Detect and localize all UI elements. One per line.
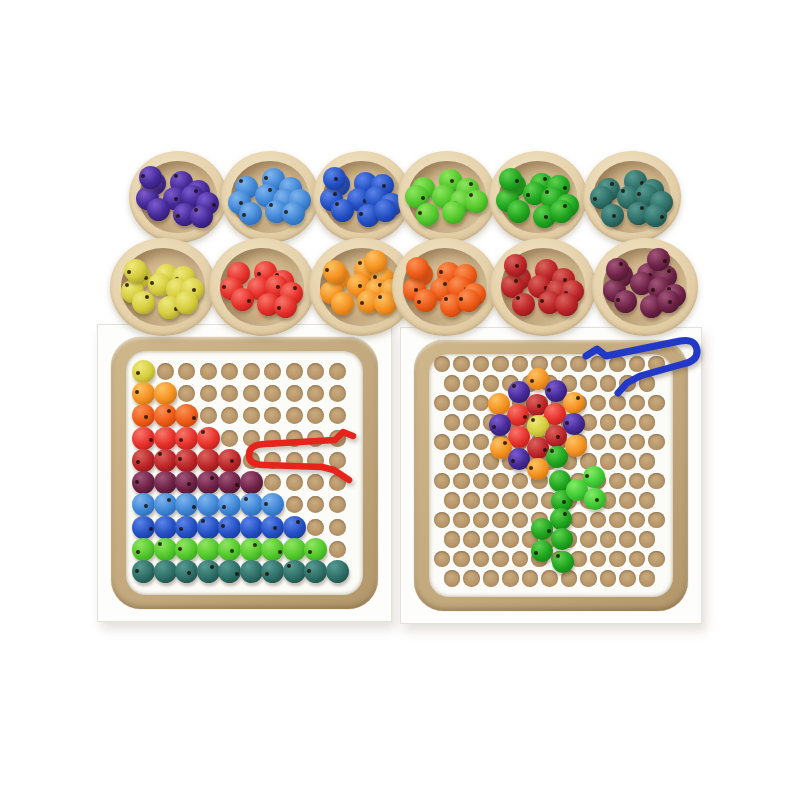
bowl-red[interactable] xyxy=(209,238,315,336)
left-cell-r9c10[interactable] xyxy=(327,538,349,560)
bead-orange[interactable] xyxy=(364,250,387,273)
left-cell-r6c3[interactable] xyxy=(176,471,198,493)
left-cell-r2c1[interactable] xyxy=(133,382,155,404)
left-cell-r2c10[interactable] xyxy=(327,382,349,404)
peg-hole[interactable] xyxy=(178,385,195,402)
bead-orangered[interactable] xyxy=(457,289,480,312)
peg-hole[interactable] xyxy=(329,407,346,424)
left-cell-r1c4[interactable] xyxy=(198,360,220,382)
left-cell-r9c5[interactable] xyxy=(219,538,241,560)
peg-hole[interactable] xyxy=(473,434,490,451)
peg-hole[interactable] xyxy=(629,512,646,529)
bead-teal[interactable] xyxy=(218,560,241,583)
bowl-maroon[interactable] xyxy=(592,238,698,336)
bead-darkred[interactable] xyxy=(512,293,535,316)
peg-hole[interactable] xyxy=(483,570,500,587)
left-cell-r8c1[interactable] xyxy=(133,516,155,538)
bead-darkblue[interactable] xyxy=(374,199,397,222)
left-cell-r1c6[interactable] xyxy=(241,360,263,382)
bead-darkblue[interactable] xyxy=(197,516,220,539)
peg-hole[interactable] xyxy=(512,356,529,373)
blue-tweezers[interactable] xyxy=(576,328,704,398)
peg-hole[interactable] xyxy=(648,512,665,529)
peg-hole[interactable] xyxy=(463,414,480,431)
bead-orangered[interactable] xyxy=(132,404,155,427)
peg-hole[interactable] xyxy=(619,414,636,431)
peg-hole[interactable] xyxy=(434,434,451,451)
bead-blue[interactable] xyxy=(132,493,155,516)
peg-hole[interactable] xyxy=(243,407,260,424)
peg-hole[interactable] xyxy=(329,363,346,380)
bead-orange[interactable] xyxy=(154,382,177,405)
peg-hole[interactable] xyxy=(444,375,461,392)
left-cell-r7c5[interactable] xyxy=(219,494,241,516)
bead-teal[interactable] xyxy=(240,560,263,583)
peg-hole[interactable] xyxy=(541,570,558,587)
left-cell-r10c5[interactable] xyxy=(219,561,241,583)
bead-orange[interactable] xyxy=(132,382,155,405)
peg-hole[interactable] xyxy=(619,453,636,470)
left-cell-r3c3[interactable] xyxy=(176,405,198,427)
peg-hole[interactable] xyxy=(463,570,480,587)
bowl-darkblue[interactable] xyxy=(313,151,411,243)
peg-hole[interactable] xyxy=(264,363,281,380)
peg-hole[interactable] xyxy=(329,519,346,536)
peg-hole[interactable] xyxy=(221,430,238,447)
bead-yellow[interactable] xyxy=(175,291,198,314)
left-cell-r2c5[interactable] xyxy=(219,382,241,404)
bead-yellow[interactable] xyxy=(124,259,147,282)
peg-hole[interactable] xyxy=(502,492,519,509)
left-cell-r7c2[interactable] xyxy=(155,494,177,516)
bead-teal[interactable] xyxy=(132,560,155,583)
bead-darkred[interactable] xyxy=(154,449,177,472)
bead-blue[interactable] xyxy=(175,493,198,516)
bead-purple[interactable] xyxy=(139,166,162,189)
peg-hole[interactable] xyxy=(609,473,626,490)
bead-red[interactable] xyxy=(132,427,155,450)
left-cell-r1c2[interactable] xyxy=(155,360,177,382)
peg-hole[interactable] xyxy=(600,453,617,470)
bead-green[interactable] xyxy=(550,508,572,530)
bead-blue[interactable] xyxy=(239,202,262,225)
peg-hole[interactable] xyxy=(551,356,568,373)
peg-hole[interactable] xyxy=(434,395,451,412)
peg-hole[interactable] xyxy=(639,453,656,470)
left-cell-r2c9[interactable] xyxy=(305,382,327,404)
peg-hole[interactable] xyxy=(512,551,529,568)
bowl-orangered[interactable] xyxy=(392,238,498,336)
peg-hole[interactable] xyxy=(453,356,470,373)
bead-red[interactable] xyxy=(197,427,220,450)
bowl-yellow[interactable] xyxy=(110,238,216,336)
peg-hole[interactable] xyxy=(453,434,470,451)
peg-hole[interactable] xyxy=(329,541,346,558)
peg-hole[interactable] xyxy=(157,363,174,380)
peg-hole[interactable] xyxy=(286,363,303,380)
bowl-teal[interactable] xyxy=(583,151,681,243)
peg-hole[interactable] xyxy=(619,492,636,509)
bead-yellow[interactable] xyxy=(132,360,155,383)
left-cell-r10c6[interactable] xyxy=(241,561,263,583)
bowl-blue[interactable] xyxy=(221,151,319,243)
peg-hole[interactable] xyxy=(619,531,636,548)
bead-green[interactable] xyxy=(552,551,574,573)
left-cell-r10c3[interactable] xyxy=(176,561,198,583)
left-cell-r2c2[interactable] xyxy=(155,382,177,404)
peg-hole[interactable] xyxy=(264,407,281,424)
bead-lightgreen[interactable] xyxy=(416,203,439,226)
bead-blue[interactable] xyxy=(218,493,241,516)
bead-green[interactable] xyxy=(507,200,530,223)
left-cell-r9c7[interactable] xyxy=(262,538,284,560)
peg-hole[interactable] xyxy=(329,385,346,402)
left-cell-r1c1[interactable] xyxy=(133,360,155,382)
bead-maroon[interactable] xyxy=(132,471,155,494)
peg-hole[interactable] xyxy=(286,385,303,402)
peg-hole[interactable] xyxy=(444,570,461,587)
left-cell-r8c9[interactable] xyxy=(305,516,327,538)
peg-hole[interactable] xyxy=(329,496,346,513)
bead-lightgreen[interactable] xyxy=(154,538,177,561)
left-cell-r4c4[interactable] xyxy=(198,427,220,449)
left-cell-r9c6[interactable] xyxy=(241,538,263,560)
peg-hole[interactable] xyxy=(639,570,656,587)
peg-hole[interactable] xyxy=(473,473,490,490)
peg-hole[interactable] xyxy=(639,531,656,548)
peg-hole[interactable] xyxy=(307,519,324,536)
left-cell-r3c5[interactable] xyxy=(219,405,241,427)
left-cell-r7c9[interactable] xyxy=(305,494,327,516)
bead-blue[interactable] xyxy=(261,493,284,516)
left-cell-r8c4[interactable] xyxy=(198,516,220,538)
left-cell-r3c8[interactable] xyxy=(284,405,306,427)
bead-teal[interactable] xyxy=(283,560,306,583)
bead-orange[interactable] xyxy=(331,292,354,315)
bead-lightgreen[interactable] xyxy=(197,538,220,561)
left-cell-r2c4[interactable] xyxy=(198,382,220,404)
peg-hole[interactable] xyxy=(648,473,665,490)
left-cell-r1c10[interactable] xyxy=(327,360,349,382)
peg-hole[interactable] xyxy=(483,531,500,548)
peg-hole[interactable] xyxy=(243,385,260,402)
left-cell-r4c1[interactable] xyxy=(133,427,155,449)
left-cell-r9c8[interactable] xyxy=(284,538,306,560)
peg-hole[interactable] xyxy=(221,385,238,402)
bead-darkblue[interactable] xyxy=(240,516,263,539)
bead-blue[interactable] xyxy=(197,493,220,516)
peg-hole[interactable] xyxy=(492,512,509,529)
bead-teal[interactable] xyxy=(326,560,349,583)
bead-maroon[interactable] xyxy=(657,290,680,313)
bead-darkblue[interactable] xyxy=(154,516,177,539)
left-cell-r2c7[interactable] xyxy=(262,382,284,404)
bowl-purple[interactable] xyxy=(129,151,227,243)
bead-darkblue[interactable] xyxy=(283,516,306,539)
bead-maroon[interactable] xyxy=(175,471,198,494)
bead-blue[interactable] xyxy=(240,493,263,516)
bowl-green[interactable] xyxy=(489,151,587,243)
peg-hole[interactable] xyxy=(502,570,519,587)
peg-hole[interactable] xyxy=(286,407,303,424)
left-cell-r10c10[interactable] xyxy=(327,561,349,583)
bead-orange[interactable] xyxy=(323,260,346,283)
bead-darkblue[interactable] xyxy=(331,199,354,222)
peg-hole[interactable] xyxy=(639,414,656,431)
peg-hole[interactable] xyxy=(648,434,665,451)
bead-purple[interactable] xyxy=(147,198,170,221)
peg-hole[interactable] xyxy=(444,492,461,509)
peg-hole[interactable] xyxy=(444,453,461,470)
bead-teal[interactable] xyxy=(154,560,177,583)
left-cell-r4c2[interactable] xyxy=(155,427,177,449)
bead-lightgreen[interactable] xyxy=(218,538,241,561)
left-cell-r8c6[interactable] xyxy=(241,516,263,538)
bead-teal[interactable] xyxy=(304,560,327,583)
bead-teal[interactable] xyxy=(644,204,667,227)
bead-darkred[interactable] xyxy=(555,293,578,316)
peg-hole[interactable] xyxy=(492,551,509,568)
peg-hole[interactable] xyxy=(600,531,617,548)
bead-darkblue[interactable] xyxy=(132,516,155,539)
bead-red[interactable] xyxy=(175,427,198,450)
bead-green[interactable] xyxy=(546,446,568,468)
left-cell-r5c1[interactable] xyxy=(133,449,155,471)
peg-hole[interactable] xyxy=(522,570,539,587)
bead-green[interactable] xyxy=(499,168,522,191)
left-cell-r8c3[interactable] xyxy=(176,516,198,538)
bead-green[interactable] xyxy=(551,528,573,550)
left-cell-r6c1[interactable] xyxy=(133,471,155,493)
bead-darkblue[interactable] xyxy=(175,516,198,539)
bead-darkblue[interactable] xyxy=(323,167,346,190)
left-cell-r10c2[interactable] xyxy=(155,561,177,583)
bead-teal[interactable] xyxy=(601,204,624,227)
bead-lightgreen[interactable] xyxy=(240,538,263,561)
left-cell-r1c3[interactable] xyxy=(176,360,198,382)
bead-yellow[interactable] xyxy=(132,291,155,314)
peg-hole[interactable] xyxy=(221,363,238,380)
left-cell-r6c4[interactable] xyxy=(198,471,220,493)
peg-hole[interactable] xyxy=(463,375,480,392)
peg-hole[interactable] xyxy=(600,414,617,431)
peg-hole[interactable] xyxy=(453,512,470,529)
left-cell-r6c2[interactable] xyxy=(155,471,177,493)
bead-red[interactable] xyxy=(154,427,177,450)
peg-hole[interactable] xyxy=(512,512,529,529)
bead-red[interactable] xyxy=(231,288,254,311)
peg-hole[interactable] xyxy=(307,407,324,424)
bead-maroon[interactable] xyxy=(647,248,670,271)
left-cell-r3c4[interactable] xyxy=(198,405,220,427)
left-cell-r4c3[interactable] xyxy=(176,427,198,449)
bead-lightgreen[interactable] xyxy=(442,201,465,224)
bead-purple[interactable] xyxy=(190,205,213,228)
peg-hole[interactable] xyxy=(434,512,451,529)
left-cell-r3c6[interactable] xyxy=(241,405,263,427)
peg-hole[interactable] xyxy=(200,363,217,380)
peg-hole[interactable] xyxy=(600,570,617,587)
bead-red[interactable] xyxy=(274,295,297,318)
peg-hole[interactable] xyxy=(473,395,490,412)
peg-hole[interactable] xyxy=(483,492,500,509)
peg-hole[interactable] xyxy=(629,434,646,451)
peg-hole[interactable] xyxy=(473,551,490,568)
red-tweezers[interactable] xyxy=(238,426,360,488)
bead-orangered[interactable] xyxy=(175,404,198,427)
left-cell-r8c8[interactable] xyxy=(284,516,306,538)
bead-darkred[interactable] xyxy=(504,254,527,277)
bead-lightgreen[interactable] xyxy=(465,190,488,213)
peg-hole[interactable] xyxy=(444,414,461,431)
peg-hole[interactable] xyxy=(512,473,529,490)
peg-hole[interactable] xyxy=(434,473,451,490)
peg-hole[interactable] xyxy=(307,385,324,402)
peg-hole[interactable] xyxy=(590,551,607,568)
left-cell-r2c3[interactable] xyxy=(176,382,198,404)
bead-orangered[interactable] xyxy=(154,404,177,427)
peg-hole[interactable] xyxy=(434,356,451,373)
peg-hole[interactable] xyxy=(473,356,490,373)
left-cell-r3c2[interactable] xyxy=(155,405,177,427)
bead-lightgreen[interactable] xyxy=(175,538,198,561)
left-cell-r1c5[interactable] xyxy=(219,360,241,382)
bead-darkblue[interactable] xyxy=(261,516,284,539)
left-cell-r2c6[interactable] xyxy=(241,382,263,404)
bead-darkred[interactable] xyxy=(175,449,198,472)
left-cell-r3c9[interactable] xyxy=(305,405,327,427)
left-cell-r7c7[interactable] xyxy=(262,494,284,516)
bead-orange[interactable] xyxy=(565,435,587,457)
peg-hole[interactable] xyxy=(463,531,480,548)
bead-orangered[interactable] xyxy=(414,289,437,312)
left-cell-r1c9[interactable] xyxy=(305,360,327,382)
peg-hole[interactable] xyxy=(590,512,607,529)
bead-teal[interactable] xyxy=(261,560,284,583)
peg-hole[interactable] xyxy=(580,570,597,587)
peg-hole[interactable] xyxy=(473,512,490,529)
left-cell-r3c7[interactable] xyxy=(262,405,284,427)
left-cell-r5c2[interactable] xyxy=(155,449,177,471)
left-cell-r2c8[interactable] xyxy=(284,382,306,404)
left-cell-r8c2[interactable] xyxy=(155,516,177,538)
left-cell-r10c8[interactable] xyxy=(284,561,306,583)
peg-hole[interactable] xyxy=(264,385,281,402)
peg-hole[interactable] xyxy=(243,363,260,380)
bead-lightgreen[interactable] xyxy=(304,538,327,561)
bead-teal[interactable] xyxy=(175,560,198,583)
peg-hole[interactable] xyxy=(502,531,519,548)
left-cell-r9c1[interactable] xyxy=(133,538,155,560)
bead-orange[interactable] xyxy=(527,458,549,480)
left-cell-r9c3[interactable] xyxy=(176,538,198,560)
left-cell-r7c3[interactable] xyxy=(176,494,198,516)
bead-lightgreen[interactable] xyxy=(261,538,284,561)
bead-darkred[interactable] xyxy=(197,449,220,472)
peg-hole[interactable] xyxy=(609,434,626,451)
peg-hole[interactable] xyxy=(590,434,607,451)
peg-hole[interactable] xyxy=(629,551,646,568)
peg-hole[interactable] xyxy=(434,551,451,568)
peg-hole[interactable] xyxy=(453,551,470,568)
peg-hole[interactable] xyxy=(453,473,470,490)
left-cell-r8c7[interactable] xyxy=(262,516,284,538)
left-cell-r10c7[interactable] xyxy=(262,561,284,583)
peg-hole[interactable] xyxy=(200,385,217,402)
peg-hole[interactable] xyxy=(580,531,597,548)
peg-hole[interactable] xyxy=(522,492,539,509)
left-cell-r8c10[interactable] xyxy=(327,516,349,538)
peg-hole[interactable] xyxy=(648,551,665,568)
peg-hole[interactable] xyxy=(200,407,217,424)
left-cell-r7c4[interactable] xyxy=(198,494,220,516)
left-cell-r7c8[interactable] xyxy=(284,494,306,516)
bead-maroon[interactable] xyxy=(614,290,637,313)
peg-hole[interactable] xyxy=(570,512,587,529)
peg-hole[interactable] xyxy=(629,473,646,490)
bead-darkblue[interactable] xyxy=(218,516,241,539)
left-cell-r1c8[interactable] xyxy=(284,360,306,382)
bead-blue[interactable] xyxy=(282,202,305,225)
left-cell-r10c1[interactable] xyxy=(133,561,155,583)
left-cell-r9c9[interactable] xyxy=(305,538,327,560)
left-cell-r3c1[interactable] xyxy=(133,405,155,427)
left-cell-r9c4[interactable] xyxy=(198,538,220,560)
bead-maroon[interactable] xyxy=(154,471,177,494)
peg-hole[interactable] xyxy=(178,363,195,380)
peg-hole[interactable] xyxy=(307,363,324,380)
bead-orangered[interactable] xyxy=(406,257,429,280)
bead-green[interactable] xyxy=(531,518,553,540)
peg-hole[interactable] xyxy=(619,570,636,587)
bead-green[interactable] xyxy=(531,540,553,562)
bead-lightgreen[interactable] xyxy=(132,538,155,561)
left-cell-r5c3[interactable] xyxy=(176,449,198,471)
left-cell-r5c4[interactable] xyxy=(198,449,220,471)
peg-hole[interactable] xyxy=(463,492,480,509)
left-cell-r7c6[interactable] xyxy=(241,494,263,516)
bead-darkred[interactable] xyxy=(132,449,155,472)
bead-blue[interactable] xyxy=(154,493,177,516)
peg-hole[interactable] xyxy=(609,512,626,529)
left-cell-r3c10[interactable] xyxy=(327,405,349,427)
bead-leafgreen[interactable] xyxy=(584,488,606,510)
peg-hole[interactable] xyxy=(483,375,500,392)
peg-hole[interactable] xyxy=(492,356,509,373)
peg-hole[interactable] xyxy=(444,531,461,548)
bead-green[interactable] xyxy=(550,200,573,223)
peg-hole[interactable] xyxy=(639,492,656,509)
left-cell-r10c4[interactable] xyxy=(198,561,220,583)
peg-hole[interactable] xyxy=(221,407,238,424)
left-cell-r10c9[interactable] xyxy=(305,561,327,583)
peg-hole[interactable] xyxy=(463,453,480,470)
left-cell-r8c5[interactable] xyxy=(219,516,241,538)
bowl-darkred[interactable] xyxy=(490,238,596,336)
left-cell-r9c2[interactable] xyxy=(155,538,177,560)
bead-teal[interactable] xyxy=(197,560,220,583)
bead-maroon[interactable] xyxy=(606,258,629,281)
peg-hole[interactable] xyxy=(307,496,324,513)
peg-hole[interactable] xyxy=(453,395,470,412)
left-cell-r1c7[interactable] xyxy=(262,360,284,382)
left-cell-r7c10[interactable] xyxy=(327,494,349,516)
peg-hole[interactable] xyxy=(286,496,303,513)
peg-hole[interactable] xyxy=(492,473,509,490)
peg-hole[interactable] xyxy=(609,551,626,568)
bead-maroon[interactable] xyxy=(197,471,220,494)
left-cell-r7c1[interactable] xyxy=(133,494,155,516)
